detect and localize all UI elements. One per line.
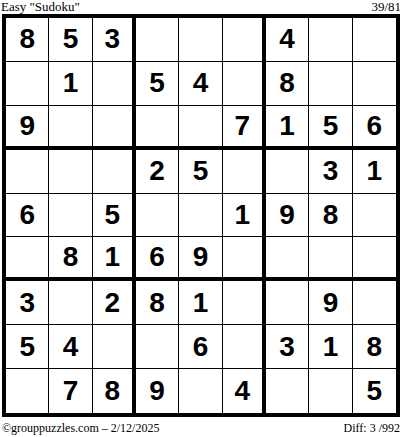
cell-r7c2[interactable] xyxy=(49,281,92,325)
cell-r5c6[interactable]: 1 xyxy=(223,194,266,238)
sudoku-board: 8534154897156253165198816932819546318789… xyxy=(2,14,400,417)
cell-r6c6[interactable] xyxy=(223,237,266,281)
cell-r8c4[interactable] xyxy=(136,325,179,369)
cell-r3c1[interactable]: 9 xyxy=(6,106,49,150)
cell-r6c8[interactable] xyxy=(309,237,352,281)
cell-r4c8[interactable]: 3 xyxy=(309,150,352,194)
cell-r7c6[interactable] xyxy=(223,281,266,325)
cell-r4c9[interactable]: 1 xyxy=(353,150,396,194)
page-header: Easy "Sudoku" 39/81 xyxy=(0,0,402,14)
copyright-text: ©grouppuzzles.com – 2/12/2025 xyxy=(2,422,159,435)
cell-r8c2[interactable]: 4 xyxy=(49,325,92,369)
cell-r2c8[interactable] xyxy=(309,62,352,106)
cell-r6c4[interactable]: 6 xyxy=(136,237,179,281)
cell-r1c4[interactable] xyxy=(136,18,179,62)
cell-r9c7[interactable] xyxy=(266,369,309,413)
cell-r8c7[interactable]: 3 xyxy=(266,325,309,369)
cell-r1c3[interactable]: 3 xyxy=(93,18,136,62)
difficulty-text: Diff: 3 /992 xyxy=(344,422,400,435)
cell-r3c8[interactable]: 5 xyxy=(309,106,352,150)
cell-r8c3[interactable] xyxy=(93,325,136,369)
cell-r6c1[interactable] xyxy=(6,237,49,281)
cell-r5c5[interactable] xyxy=(179,194,222,238)
cell-r7c7[interactable] xyxy=(266,281,309,325)
cell-r9c3[interactable]: 8 xyxy=(93,369,136,413)
cell-r3c9[interactable]: 6 xyxy=(353,106,396,150)
cell-r2c2[interactable]: 1 xyxy=(49,62,92,106)
puzzle-title: Easy "Sudoku" xyxy=(1,0,80,13)
cell-r9c2[interactable]: 7 xyxy=(49,369,92,413)
cell-r9c8[interactable] xyxy=(309,369,352,413)
cell-r9c1[interactable] xyxy=(6,369,49,413)
cell-r4c4[interactable]: 2 xyxy=(136,150,179,194)
cell-r5c9[interactable] xyxy=(353,194,396,238)
cell-r4c1[interactable] xyxy=(6,150,49,194)
cell-r3c3[interactable] xyxy=(93,106,136,150)
cell-r1c6[interactable] xyxy=(223,18,266,62)
cell-r1c2[interactable]: 5 xyxy=(49,18,92,62)
cell-r3c2[interactable] xyxy=(49,106,92,150)
cell-r9c5[interactable] xyxy=(179,369,222,413)
cell-r9c9[interactable]: 5 xyxy=(353,369,396,413)
cell-r8c8[interactable]: 1 xyxy=(309,325,352,369)
cell-r5c8[interactable]: 8 xyxy=(309,194,352,238)
cell-r8c9[interactable]: 8 xyxy=(353,325,396,369)
cell-r9c4[interactable]: 9 xyxy=(136,369,179,413)
cell-r6c7[interactable] xyxy=(266,237,309,281)
cell-r7c3[interactable]: 2 xyxy=(93,281,136,325)
cell-r3c5[interactable] xyxy=(179,106,222,150)
cell-r4c3[interactable] xyxy=(93,150,136,194)
cell-r7c5[interactable]: 1 xyxy=(179,281,222,325)
cell-r1c7[interactable]: 4 xyxy=(266,18,309,62)
cell-r4c5[interactable]: 5 xyxy=(179,150,222,194)
cell-r2c3[interactable] xyxy=(93,62,136,106)
cell-r2c5[interactable]: 4 xyxy=(179,62,222,106)
cell-r9c6[interactable]: 4 xyxy=(223,369,266,413)
cell-r2c4[interactable]: 5 xyxy=(136,62,179,106)
cell-r8c1[interactable]: 5 xyxy=(6,325,49,369)
cell-r2c1[interactable] xyxy=(6,62,49,106)
cell-r2c9[interactable] xyxy=(353,62,396,106)
cell-r7c8[interactable]: 9 xyxy=(309,281,352,325)
cell-r2c7[interactable]: 8 xyxy=(266,62,309,106)
cell-r1c9[interactable] xyxy=(353,18,396,62)
cell-r5c7[interactable]: 9 xyxy=(266,194,309,238)
cell-r3c6[interactable]: 7 xyxy=(223,106,266,150)
cell-r3c7[interactable]: 1 xyxy=(266,106,309,150)
cell-r6c2[interactable]: 8 xyxy=(49,237,92,281)
cell-r1c8[interactable] xyxy=(309,18,352,62)
puzzle-number: 39/81 xyxy=(371,0,401,13)
cell-r4c7[interactable] xyxy=(266,150,309,194)
cell-r1c1[interactable]: 8 xyxy=(6,18,49,62)
page-footer: ©grouppuzzles.com – 2/12/2025 Diff: 3 /9… xyxy=(0,417,402,435)
cell-r5c2[interactable] xyxy=(49,194,92,238)
cell-r7c9[interactable] xyxy=(353,281,396,325)
cell-r7c1[interactable]: 3 xyxy=(6,281,49,325)
cell-r8c6[interactable] xyxy=(223,325,266,369)
cell-r7c4[interactable]: 8 xyxy=(136,281,179,325)
cell-r4c6[interactable] xyxy=(223,150,266,194)
cell-r5c3[interactable]: 5 xyxy=(93,194,136,238)
cell-r1c5[interactable] xyxy=(179,18,222,62)
cell-r3c4[interactable] xyxy=(136,106,179,150)
cell-r8c5[interactable]: 6 xyxy=(179,325,222,369)
cell-r4c2[interactable] xyxy=(49,150,92,194)
cell-r5c1[interactable]: 6 xyxy=(6,194,49,238)
cell-r6c9[interactable] xyxy=(353,237,396,281)
cell-r2c6[interactable] xyxy=(223,62,266,106)
cell-r6c5[interactable]: 9 xyxy=(179,237,222,281)
cell-r5c4[interactable] xyxy=(136,194,179,238)
cell-r6c3[interactable]: 1 xyxy=(93,237,136,281)
